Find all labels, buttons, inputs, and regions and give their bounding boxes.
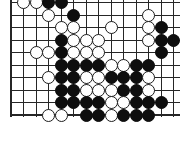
black-stone (92, 59, 105, 72)
grid-line-vertical (173, 0, 174, 117)
black-stone (117, 109, 130, 122)
black-stone (42, 0, 55, 9)
white-stone (80, 84, 93, 97)
black-stone (142, 109, 155, 122)
black-stone (130, 59, 143, 72)
black-stone (142, 59, 155, 72)
black-stone (130, 109, 143, 122)
white-stone (42, 71, 55, 84)
white-stone (55, 21, 68, 34)
white-stone (92, 34, 105, 47)
black-stone (67, 71, 80, 84)
white-stone (30, 46, 43, 59)
white-stone (105, 96, 118, 109)
go-board (0, 0, 180, 130)
white-stone (92, 46, 105, 59)
white-stone (117, 96, 130, 109)
black-stone (55, 59, 68, 72)
white-stone (30, 0, 43, 9)
black-stone (155, 21, 168, 34)
white-stone (67, 21, 80, 34)
black-stone (67, 84, 80, 97)
white-stone (42, 109, 55, 122)
black-stone (55, 46, 68, 59)
white-stone (92, 71, 105, 84)
black-stone (55, 96, 68, 109)
white-stone (142, 71, 155, 84)
black-stone (55, 34, 68, 47)
black-stone (167, 34, 180, 47)
white-stone (105, 84, 118, 97)
white-stone (142, 21, 155, 34)
black-stone (67, 9, 80, 22)
white-stone (55, 109, 68, 122)
black-stone (80, 109, 93, 122)
white-stone (80, 71, 93, 84)
black-stone (67, 59, 80, 72)
white-stone (105, 21, 118, 34)
grid-line-vertical (23, 0, 24, 117)
black-stone (92, 109, 105, 122)
black-stone (92, 96, 105, 109)
black-stone (105, 71, 118, 84)
black-stone (155, 46, 168, 59)
black-stone (180, 84, 181, 97)
white-stone (117, 59, 130, 72)
black-stone (80, 96, 93, 109)
white-stone (80, 46, 93, 59)
white-stone (42, 9, 55, 22)
black-stone (155, 96, 168, 109)
white-stone (142, 34, 155, 47)
board-edge-left (10, 0, 13, 117)
black-stone (130, 84, 143, 97)
white-stone (92, 84, 105, 97)
black-stone (130, 96, 143, 109)
white-stone (67, 46, 80, 59)
white-stone (105, 59, 118, 72)
black-stone (55, 0, 68, 9)
white-stone (67, 34, 80, 47)
black-stone (117, 84, 130, 97)
black-stone (55, 84, 68, 97)
black-stone (142, 96, 155, 109)
black-stone (55, 71, 68, 84)
white-stone (105, 109, 118, 122)
black-stone (155, 34, 168, 47)
black-stone (80, 59, 93, 72)
black-stone (130, 71, 143, 84)
white-stone (142, 9, 155, 22)
black-stone (117, 71, 130, 84)
go-diagram (0, 0, 180, 154)
white-stone (142, 84, 155, 97)
white-stone (17, 0, 30, 9)
white-stone (42, 46, 55, 59)
black-stone (67, 96, 80, 109)
white-stone (80, 34, 93, 47)
